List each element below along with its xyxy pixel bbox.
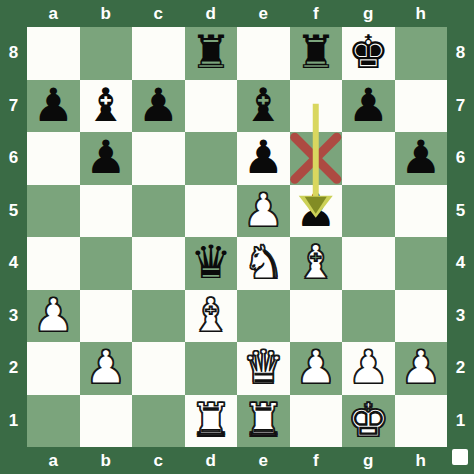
square-h6[interactable]: ♟ (395, 132, 448, 185)
square-f3[interactable] (290, 290, 343, 343)
square-e5[interactable]: ♟ (237, 185, 290, 238)
square-d1[interactable]: ♜ (185, 395, 238, 448)
white-rook[interactable]: ♜ (190, 397, 231, 443)
coord-label-5: 5 (447, 185, 474, 238)
black-pawn[interactable]: ♟ (85, 134, 126, 180)
white-pawn[interactable]: ♟ (400, 344, 441, 390)
coord-label-e: e (237, 0, 290, 27)
square-f6[interactable] (290, 132, 343, 185)
square-c3[interactable] (132, 290, 185, 343)
square-d7[interactable] (185, 80, 238, 133)
coord-label-1: 1 (0, 395, 27, 448)
square-g1[interactable]: ♚ (342, 395, 395, 448)
square-e2[interactable]: ♛ (237, 342, 290, 395)
square-h4[interactable] (395, 237, 448, 290)
square-b2[interactable]: ♟ (80, 342, 133, 395)
square-f7[interactable] (290, 80, 343, 133)
coord-label-7: 7 (447, 80, 474, 133)
square-b5[interactable] (80, 185, 133, 238)
square-d6[interactable] (185, 132, 238, 185)
white-pawn[interactable]: ♟ (85, 344, 126, 390)
square-g5[interactable] (342, 185, 395, 238)
square-a1[interactable] (27, 395, 80, 448)
square-e6[interactable]: ♟ (237, 132, 290, 185)
square-g8[interactable]: ♚ (342, 27, 395, 80)
coord-label-3: 3 (447, 290, 474, 343)
square-e8[interactable] (237, 27, 290, 80)
coord-label-d: d (185, 0, 238, 27)
black-pawn[interactable]: ♟ (138, 82, 179, 128)
black-bishop[interactable]: ♝ (85, 82, 126, 128)
file-labels-bottom: abcdefgh (27, 447, 447, 474)
white-bishop[interactable]: ♝ (190, 292, 231, 338)
black-rook[interactable]: ♜ (190, 29, 231, 75)
square-d8[interactable]: ♜ (185, 27, 238, 80)
square-c1[interactable] (132, 395, 185, 448)
square-e4[interactable]: ♞ (237, 237, 290, 290)
coord-label-4: 4 (447, 237, 474, 290)
square-h2[interactable]: ♟ (395, 342, 448, 395)
coord-label-2: 2 (0, 342, 27, 395)
square-c5[interactable] (132, 185, 185, 238)
square-c7[interactable]: ♟ (132, 80, 185, 133)
black-rook[interactable]: ♜ (295, 29, 336, 75)
square-a8[interactable] (27, 27, 80, 80)
white-king[interactable]: ♚ (348, 397, 389, 443)
square-a6[interactable] (27, 132, 80, 185)
white-knight[interactable]: ♞ (243, 239, 284, 285)
coord-label-5: 5 (0, 185, 27, 238)
square-e7[interactable]: ♝ (237, 80, 290, 133)
square-g4[interactable] (342, 237, 395, 290)
coord-label-c: c (132, 0, 185, 27)
square-c2[interactable] (132, 342, 185, 395)
black-king[interactable]: ♚ (348, 29, 389, 75)
square-f1[interactable] (290, 395, 343, 448)
coord-label-8: 8 (0, 27, 27, 80)
coord-label-b: b (80, 0, 133, 27)
white-pawn[interactable]: ♟ (348, 344, 389, 390)
black-pawn[interactable]: ♟ (33, 82, 74, 128)
coord-label-a: a (27, 447, 80, 474)
coord-label-c: c (132, 447, 185, 474)
square-e1[interactable]: ♜ (237, 395, 290, 448)
square-f5[interactable]: ♟ (290, 185, 343, 238)
square-h7[interactable] (395, 80, 448, 133)
coord-label-h: h (395, 447, 448, 474)
black-pawn[interactable]: ♟ (243, 134, 284, 180)
coord-label-3: 3 (0, 290, 27, 343)
square-h1[interactable] (395, 395, 448, 448)
square-g6[interactable] (342, 132, 395, 185)
square-c4[interactable] (132, 237, 185, 290)
coord-label-a: a (27, 0, 80, 27)
square-b7[interactable]: ♝ (80, 80, 133, 133)
coord-label-b: b (80, 447, 133, 474)
white-rook[interactable]: ♜ (243, 397, 284, 443)
square-a3[interactable]: ♟ (27, 290, 80, 343)
black-bishop[interactable]: ♝ (243, 82, 284, 128)
coord-label-g: g (342, 447, 395, 474)
black-pawn[interactable]: ♟ (348, 82, 389, 128)
board: ♜♜♚♟♝♟♝♟♟♟♟♟♟♛♞♝♟♝♟♛♟♟♟♜♜♚ (27, 27, 447, 447)
square-f2[interactable]: ♟ (290, 342, 343, 395)
square-g2[interactable]: ♟ (342, 342, 395, 395)
coord-label-6: 6 (447, 132, 474, 185)
coord-label-e: e (237, 447, 290, 474)
square-d5[interactable] (185, 185, 238, 238)
square-f8[interactable]: ♜ (290, 27, 343, 80)
coord-label-g: g (342, 0, 395, 27)
black-pawn[interactable]: ♟ (295, 187, 336, 233)
square-a7[interactable]: ♟ (27, 80, 80, 133)
watermark-square-icon (452, 449, 468, 465)
square-g7[interactable]: ♟ (342, 80, 395, 133)
square-b3[interactable] (80, 290, 133, 343)
square-d2[interactable] (185, 342, 238, 395)
square-g3[interactable] (342, 290, 395, 343)
white-pawn[interactable]: ♟ (243, 187, 284, 233)
square-b4[interactable] (80, 237, 133, 290)
white-pawn[interactable]: ♟ (295, 344, 336, 390)
square-d3[interactable]: ♝ (185, 290, 238, 343)
coord-label-f: f (290, 0, 343, 27)
square-a5[interactable] (27, 185, 80, 238)
rank-labels-left: 87654321 (0, 27, 27, 447)
file-labels-top: abcdefgh (27, 0, 447, 27)
coord-label-h: h (395, 0, 448, 27)
white-queen[interactable]: ♛ (243, 344, 284, 390)
square-b8[interactable] (80, 27, 133, 80)
coord-label-7: 7 (0, 80, 27, 133)
square-b1[interactable] (80, 395, 133, 448)
square-e3[interactable] (237, 290, 290, 343)
square-c8[interactable] (132, 27, 185, 80)
square-a4[interactable] (27, 237, 80, 290)
coord-label-f: f (290, 447, 343, 474)
square-d4[interactable]: ♛ (185, 237, 238, 290)
square-f4[interactable]: ♝ (290, 237, 343, 290)
chess-diagram: abcdefgh abcdefgh 87654321 87654321 ♜♜♚♟… (0, 0, 474, 474)
coord-label-6: 6 (0, 132, 27, 185)
square-h8[interactable] (395, 27, 448, 80)
coord-label-4: 4 (0, 237, 27, 290)
white-pawn[interactable]: ♟ (33, 292, 74, 338)
white-bishop[interactable]: ♝ (295, 239, 336, 285)
black-queen[interactable]: ♛ (190, 239, 231, 285)
coord-label-1: 1 (447, 395, 474, 448)
square-h5[interactable] (395, 185, 448, 238)
coord-label-8: 8 (447, 27, 474, 80)
black-pawn[interactable]: ♟ (400, 134, 441, 180)
coord-label-d: d (185, 447, 238, 474)
square-h3[interactable] (395, 290, 448, 343)
rank-labels-right: 87654321 (447, 27, 474, 447)
square-c6[interactable] (132, 132, 185, 185)
coord-label-2: 2 (447, 342, 474, 395)
square-a2[interactable] (27, 342, 80, 395)
square-b6[interactable]: ♟ (80, 132, 133, 185)
